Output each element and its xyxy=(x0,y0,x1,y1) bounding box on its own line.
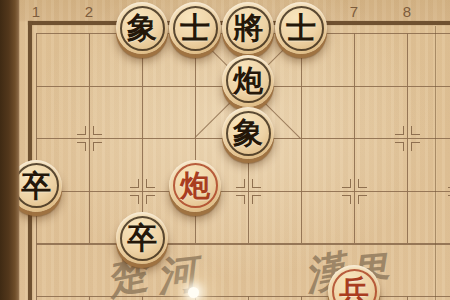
position-marker-f7r4 xyxy=(342,179,351,188)
piece-character: 卒 xyxy=(21,171,51,201)
position-marker-f5r4 xyxy=(236,179,245,188)
wood-seam xyxy=(435,26,436,300)
piece-black-elephant[interactable]: 象 xyxy=(222,107,274,159)
position-marker-f8r3 xyxy=(411,126,420,135)
xiangqi-board[interactable]: 1278楚河漢界象士將士炮象卒炮卒兵 xyxy=(0,0,450,300)
position-marker-f7r4 xyxy=(358,195,367,204)
piece-black-advisor[interactable]: 士 xyxy=(169,2,221,54)
piece-black-advisor[interactable]: 士 xyxy=(275,2,327,54)
position-marker-f7r4 xyxy=(358,179,367,188)
file-line-8 xyxy=(407,33,408,243)
piece-red-soldier[interactable]: 兵 xyxy=(328,265,380,300)
position-marker-f5r4 xyxy=(252,195,261,204)
file-line-3-below-river xyxy=(142,296,143,300)
position-marker-f3r4 xyxy=(146,179,155,188)
piece-black-general[interactable]: 將 xyxy=(222,2,274,54)
rank-line-4 xyxy=(36,191,450,192)
file-line-2 xyxy=(89,33,90,243)
rank-line-6 xyxy=(36,296,450,297)
piece-black-soldier[interactable]: 卒 xyxy=(116,212,168,264)
piece-character: 兵 xyxy=(339,276,369,300)
piece-character: 炮 xyxy=(233,66,263,96)
file-line-8-below-river xyxy=(407,296,408,300)
position-marker-f5r4 xyxy=(252,179,261,188)
piece-red-cannon[interactable]: 炮 xyxy=(169,160,221,212)
position-marker-f8r3 xyxy=(395,142,404,151)
position-marker-f2r3 xyxy=(77,142,86,151)
file-line-7 xyxy=(354,33,355,243)
piece-character: 象 xyxy=(127,13,157,43)
position-marker-f5r4 xyxy=(236,195,245,204)
column-label-1: 1 xyxy=(26,4,46,20)
position-marker-f3r4 xyxy=(130,195,139,204)
file-line-6 xyxy=(301,33,302,243)
position-marker-f3r4 xyxy=(146,195,155,204)
xiangqi-game-screen: 1278楚河漢界象士將士炮象卒炮卒兵 xyxy=(0,0,450,300)
piece-black-elephant[interactable]: 象 xyxy=(116,2,168,54)
column-label-2: 2 xyxy=(79,4,99,20)
table-edge xyxy=(0,0,20,300)
piece-black-cannon[interactable]: 炮 xyxy=(222,55,274,107)
file-line-6-below-river xyxy=(301,296,302,300)
piece-character: 卒 xyxy=(127,223,157,253)
piece-character: 炮 xyxy=(180,171,210,201)
piece-character: 士 xyxy=(180,13,210,43)
position-marker-f3r4 xyxy=(130,179,139,188)
glow-effect-dot xyxy=(188,287,199,298)
file-line-5-below-river xyxy=(248,296,249,300)
rank-line-5 xyxy=(36,243,450,244)
position-marker-f8r3 xyxy=(411,142,420,151)
file-line-1-below-river xyxy=(36,296,37,300)
piece-character: 將 xyxy=(233,13,263,43)
column-label-7: 7 xyxy=(344,4,364,20)
file-line-2-below-river xyxy=(89,296,90,300)
piece-character: 士 xyxy=(286,13,316,43)
column-label-8: 8 xyxy=(397,4,417,20)
position-marker-f8r3 xyxy=(395,126,404,135)
position-marker-f2r3 xyxy=(93,126,102,135)
piece-character: 象 xyxy=(233,118,263,148)
position-marker-f7r4 xyxy=(342,195,351,204)
position-marker-f2r3 xyxy=(93,142,102,151)
position-marker-f2r3 xyxy=(77,126,86,135)
file-line-4 xyxy=(195,33,196,243)
